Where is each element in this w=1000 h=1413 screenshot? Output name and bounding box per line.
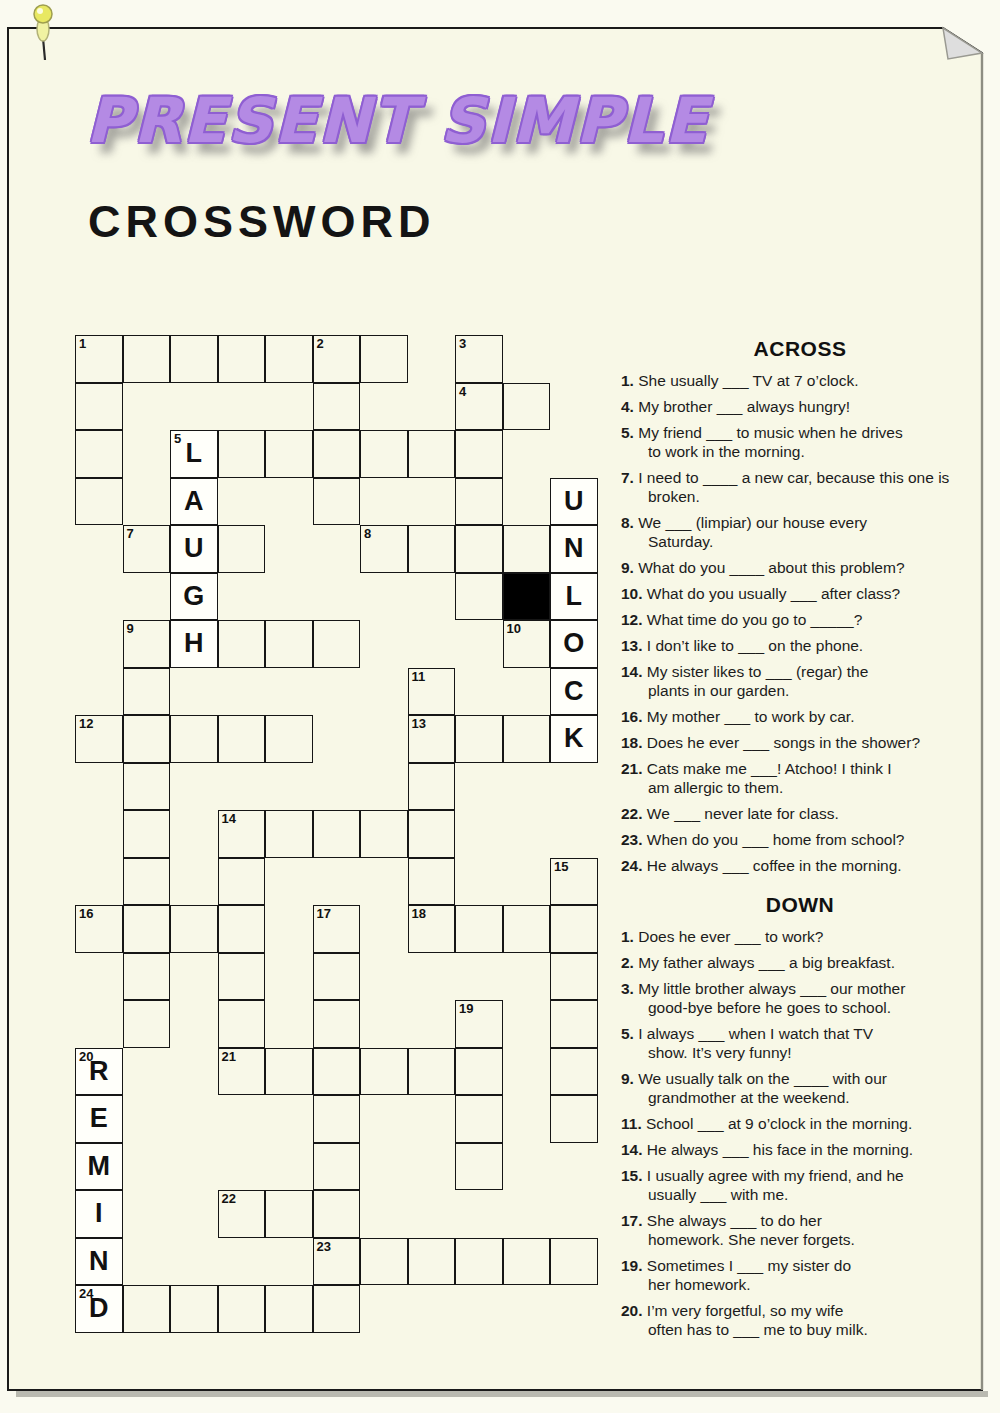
grid-cell-r10c7[interactable] <box>408 810 456 858</box>
grid-cell-r14c5[interactable] <box>313 1000 361 1048</box>
grid-cell-r3c8[interactable] <box>455 478 503 526</box>
grid-cell-r19c0: N <box>75 1238 123 1286</box>
across-clue-18: 18. Does he ever ___ songs in the shower… <box>621 733 979 752</box>
grid-cell-r15c6[interactable] <box>360 1048 408 1096</box>
grid-cell-r2c5[interactable] <box>313 430 361 478</box>
blocked-cell <box>503 573 551 621</box>
across-clue-5: 5. My friend ___ to music when he drives… <box>621 423 979 461</box>
clue-label: 11. <box>621 1115 642 1132</box>
grid-cell-r1c9[interactable] <box>503 383 551 431</box>
clue-number-18: 18 <box>412 906 426 921</box>
grid-cell-r0c5[interactable]: 2 <box>313 335 361 383</box>
grid-cell-r3c0[interactable] <box>75 478 123 526</box>
clue-label: 23. <box>621 831 643 848</box>
down-clue-9: 9. We usually talk on the ____ with our … <box>621 1069 979 1107</box>
clue-number-9: 9 <box>127 621 134 636</box>
clue-number-24: 24 <box>79 1286 93 1301</box>
grid-cell-r13c1[interactable] <box>123 953 171 1001</box>
grid-cell-r16c8[interactable] <box>455 1095 503 1143</box>
given-letter: K <box>551 716 597 762</box>
clue-label: 2. <box>621 954 634 971</box>
grid-cell-r5c10: L <box>550 573 598 621</box>
grid-cell-r12c2[interactable] <box>170 905 218 953</box>
grid-cell-r4c2: U <box>170 525 218 573</box>
given-letter: O <box>551 621 597 667</box>
grid-cell-r11c7[interactable] <box>408 858 456 906</box>
given-letter: M <box>76 1144 122 1190</box>
clue-number-2: 2 <box>317 336 324 351</box>
grid-cell-r19c6[interactable] <box>360 1238 408 1286</box>
grid-cell-r15c3[interactable]: 21 <box>218 1048 266 1096</box>
clue-number-23: 23 <box>317 1239 331 1254</box>
grid-cell-r2c8[interactable] <box>455 430 503 478</box>
clue-number-15: 15 <box>554 859 568 874</box>
down-clue-5: 5. I always ___ when I watch that TV sho… <box>621 1024 979 1062</box>
grid-cell-r12c8[interactable] <box>455 905 503 953</box>
given-letter: G <box>171 574 217 620</box>
across-clue-8: 8. We ___ (limpiar) our house every Satu… <box>621 513 979 551</box>
grid-cell-r8c3[interactable] <box>218 715 266 763</box>
grid-cell-r8c4[interactable] <box>265 715 313 763</box>
grid-cell-r18c4[interactable] <box>265 1190 313 1238</box>
grid-cell-r9c1[interactable] <box>123 763 171 811</box>
grid-cell-r13c10[interactable] <box>550 953 598 1001</box>
given-letter: N <box>76 1239 122 1285</box>
grid-cell-r12c1[interactable] <box>123 905 171 953</box>
grid-cell-r13c5[interactable] <box>313 953 361 1001</box>
clue-number-7: 7 <box>127 526 134 541</box>
clue-number-12: 12 <box>79 716 93 731</box>
clue-number-16: 16 <box>79 906 93 921</box>
grid-cell-r16c0: E <box>75 1095 123 1143</box>
given-letter: A <box>171 479 217 525</box>
clue-number-17: 17 <box>317 906 331 921</box>
grid-cell-r16c10[interactable] <box>550 1095 598 1143</box>
grid-cell-r12c0[interactable]: 16 <box>75 905 123 953</box>
grid-cell-r6c10: O <box>550 620 598 668</box>
grid-cell-r20c1[interactable] <box>123 1285 171 1333</box>
clue-label: 3. <box>621 980 634 997</box>
down-clue-17: 17. She always ___ to do her homework. S… <box>621 1211 979 1249</box>
grid-cell-r5c2: G <box>170 573 218 621</box>
grid-cell-r12c10[interactable] <box>550 905 598 953</box>
clue-label: 22. <box>621 805 643 822</box>
grid-cell-r8c1[interactable] <box>123 715 171 763</box>
grid-cell-r10c4[interactable] <box>265 810 313 858</box>
grid-cell-r19c7[interactable] <box>408 1238 456 1286</box>
across-clue-list: 1. She usually ___ TV at 7 o’clock.4. My… <box>621 371 979 875</box>
grid-cell-r12c9[interactable] <box>503 905 551 953</box>
clue-label: 16. <box>621 708 643 725</box>
clue-number-8: 8 <box>364 526 371 541</box>
grid-cell-r15c5[interactable] <box>313 1048 361 1096</box>
across-clue-1: 1. She usually ___ TV at 7 o’clock. <box>621 371 979 390</box>
clue-label: 14. <box>621 663 643 680</box>
clue-label: 1. <box>621 928 634 945</box>
clue-label: 9. <box>621 559 634 576</box>
down-clue-20: 20. I’m very forgetful, so my wife often… <box>621 1301 979 1339</box>
across-clue-12: 12. What time do you go to _____? <box>621 610 979 629</box>
clue-label: 14. <box>621 1141 643 1158</box>
grid-cell-r4c1[interactable]: 7 <box>123 525 171 573</box>
grid-cell-r4c9[interactable] <box>503 525 551 573</box>
grid-cell-r7c7[interactable]: 11 <box>408 668 456 716</box>
grid-cell-r2c2: 5L <box>170 430 218 478</box>
grid-cell-r6c3[interactable] <box>218 620 266 668</box>
worksheet-subtitle: CROSSWORD <box>88 196 436 248</box>
down-clue-14: 14. He always ___ his face in the mornin… <box>621 1140 979 1159</box>
given-letter: U <box>551 479 597 525</box>
grid-cell-r12c5[interactable]: 17 <box>313 905 361 953</box>
clue-number-10: 10 <box>507 621 521 636</box>
page-bottom-shadow <box>16 1391 988 1397</box>
grid-cell-r0c2[interactable] <box>170 335 218 383</box>
given-letter: I <box>76 1191 122 1237</box>
clue-label: 18. <box>621 734 643 751</box>
grid-cell-r9c7[interactable] <box>408 763 456 811</box>
grid-cell-r10c5[interactable] <box>313 810 361 858</box>
grid-cell-r6c2: H <box>170 620 218 668</box>
given-letter: H <box>171 621 217 667</box>
grid-cell-r10c6[interactable] <box>360 810 408 858</box>
grid-cell-r19c10[interactable] <box>550 1238 598 1286</box>
given-letter: N <box>551 526 597 572</box>
grid-cell-r0c0[interactable]: 1 <box>75 335 123 383</box>
clue-label: 19. <box>621 1257 643 1274</box>
grid-cell-r10c1[interactable] <box>123 810 171 858</box>
grid-cell-r3c2: A <box>170 478 218 526</box>
crossword-grid: 12345LAU7U8NGL9H10O11C1213K1415161718192… <box>75 335 598 1333</box>
across-clue-7: 7. I need to ____ a new car, because thi… <box>621 468 979 506</box>
clue-label: 10. <box>621 585 643 602</box>
grid-cell-r2c7[interactable] <box>408 430 456 478</box>
grid-cell-r19c9[interactable] <box>503 1238 551 1286</box>
grid-cell-r1c0[interactable] <box>75 383 123 431</box>
grid-cell-r18c3[interactable]: 22 <box>218 1190 266 1238</box>
clue-label: 13. <box>621 637 643 654</box>
clue-label: 5. <box>621 424 634 441</box>
clue-number-19: 19 <box>459 1001 473 1016</box>
grid-cell-r8c2[interactable] <box>170 715 218 763</box>
clue-number-3: 3 <box>459 336 466 351</box>
grid-cell-r7c10: C <box>550 668 598 716</box>
clue-number-1: 1 <box>79 336 86 351</box>
down-clue-11: 11. School ___ at 9 o’clock in the morni… <box>621 1114 979 1133</box>
down-clue-list: 1. Does he ever ___ to work?2. My father… <box>621 927 979 1339</box>
clue-number-11: 11 <box>412 669 426 684</box>
grid-cell-r19c5[interactable]: 23 <box>313 1238 361 1286</box>
worksheet-title: PRESENT SIMPLE <box>86 84 709 157</box>
across-clue-9: 9. What do you ____ about this problem? <box>621 558 979 577</box>
grid-cell-r12c7[interactable]: 18 <box>408 905 456 953</box>
grid-cell-r6c4[interactable] <box>265 620 313 668</box>
grid-cell-r0c1[interactable] <box>123 335 171 383</box>
across-clue-16: 16. My mother ___ to work by car. <box>621 707 979 726</box>
clue-number-4: 4 <box>459 384 466 399</box>
grid-cell-r15c0: 20R <box>75 1048 123 1096</box>
clue-label: 7. <box>621 469 634 486</box>
clue-label: 9. <box>621 1070 634 1087</box>
clue-label: 4. <box>621 398 634 415</box>
given-letter: L <box>551 574 597 620</box>
grid-cell-r14c3[interactable] <box>218 1000 266 1048</box>
grid-cell-r11c1[interactable] <box>123 858 171 906</box>
grid-cell-r14c10[interactable] <box>550 1000 598 1048</box>
grid-cell-r11c3[interactable] <box>218 858 266 906</box>
grid-cell-r3c10: U <box>550 478 598 526</box>
down-clue-2: 2. My father always ___ a big breakfast. <box>621 953 979 972</box>
grid-cell-r8c9[interactable] <box>503 715 551 763</box>
across-clue-13: 13. I don’t like to ___ on the phone. <box>621 636 979 655</box>
clue-label: 1. <box>621 372 634 389</box>
grid-cell-r19c8[interactable] <box>455 1238 503 1286</box>
grid-cell-r4c3[interactable] <box>218 525 266 573</box>
grid-cell-r16c5[interactable] <box>313 1095 361 1143</box>
grid-cell-r20c0: 24D <box>75 1285 123 1333</box>
given-letter: C <box>551 669 597 715</box>
across-clue-10: 10. What do you usually ___ after class? <box>621 584 979 603</box>
clue-label: 21. <box>621 760 643 777</box>
grid-cell-r20c2[interactable] <box>170 1285 218 1333</box>
clue-number-5: 5 <box>174 431 181 446</box>
grid-cell-r4c7[interactable] <box>408 525 456 573</box>
grid-cell-r2c3[interactable] <box>218 430 266 478</box>
clue-label: 24. <box>621 857 643 874</box>
given-letter: U <box>171 526 217 572</box>
clues-panel: ACROSS 1. She usually ___ TV at 7 o’cloc… <box>621 337 979 1346</box>
across-clue-23: 23. When do you ___ home from school? <box>621 830 979 849</box>
down-clue-15: 15. I usually agree with my friend, and … <box>621 1166 979 1204</box>
clue-number-14: 14 <box>222 811 236 826</box>
grid-cell-r15c10[interactable] <box>550 1048 598 1096</box>
grid-cell-r20c5[interactable] <box>313 1285 361 1333</box>
grid-cell-r6c5[interactable] <box>313 620 361 668</box>
clue-number-20: 20 <box>79 1049 93 1064</box>
grid-cell-r17c0: M <box>75 1143 123 1191</box>
grid-cell-r13c3[interactable] <box>218 953 266 1001</box>
grid-cell-r15c8[interactable] <box>455 1048 503 1096</box>
grid-cell-r15c4[interactable] <box>265 1048 313 1096</box>
clue-label: 17. <box>621 1212 643 1229</box>
grid-cell-r7c1[interactable] <box>123 668 171 716</box>
clue-label: 12. <box>621 611 643 628</box>
grid-cell-r6c1[interactable]: 9 <box>123 620 171 668</box>
grid-cell-r4c10: N <box>550 525 598 573</box>
grid-cell-r17c8[interactable] <box>455 1143 503 1191</box>
clue-number-22: 22 <box>222 1191 236 1206</box>
clue-number-21: 21 <box>222 1049 236 1064</box>
across-header: ACROSS <box>621 337 979 361</box>
grid-cell-r12c3[interactable] <box>218 905 266 953</box>
grid-cell-r3c5[interactable] <box>313 478 361 526</box>
grid-cell-r8c0[interactable]: 12 <box>75 715 123 763</box>
grid-cell-r4c6[interactable]: 8 <box>360 525 408 573</box>
grid-cell-r8c10: K <box>550 715 598 763</box>
grid-cell-r0c6[interactable] <box>360 335 408 383</box>
across-clue-24: 24. He always ___ coffee in the morning. <box>621 856 979 875</box>
grid-cell-r20c4[interactable] <box>265 1285 313 1333</box>
grid-cell-r1c8[interactable]: 4 <box>455 383 503 431</box>
grid-cell-r5c8[interactable] <box>455 573 503 621</box>
grid-cell-r8c7[interactable]: 13 <box>408 715 456 763</box>
across-clue-22: 22. We ___ never late for class. <box>621 804 979 823</box>
grid-cell-r2c0[interactable] <box>75 430 123 478</box>
grid-cell-r14c1[interactable] <box>123 1000 171 1048</box>
grid-cell-r15c7[interactable] <box>408 1048 456 1096</box>
grid-cell-r10c3[interactable]: 14 <box>218 810 266 858</box>
down-clue-3: 3. My little brother always ___ our moth… <box>621 979 979 1017</box>
across-clue-14: 14. My sister likes to ___ (regar) the p… <box>621 662 979 700</box>
grid-cell-r18c0: I <box>75 1190 123 1238</box>
grid-cell-r18c5[interactable] <box>313 1190 361 1238</box>
grid-cell-r4c8[interactable] <box>455 525 503 573</box>
grid-cell-r0c8[interactable]: 3 <box>455 335 503 383</box>
grid-cell-r2c6[interactable] <box>360 430 408 478</box>
clue-label: 15. <box>621 1167 643 1184</box>
clue-label: 8. <box>621 514 634 531</box>
down-clue-1: 1. Does he ever ___ to work? <box>621 927 979 946</box>
grid-cell-r2c4[interactable] <box>265 430 313 478</box>
given-letter: E <box>76 1096 122 1142</box>
down-header: DOWN <box>621 893 979 917</box>
clue-label: 20. <box>621 1302 643 1319</box>
across-clue-21: 21. Cats make me ___! Atchoo! I think I … <box>621 759 979 797</box>
clue-label: 5. <box>621 1025 634 1042</box>
down-clue-19: 19. Sometimes I ___ my sister do her hom… <box>621 1256 979 1294</box>
grid-cell-r0c4[interactable] <box>265 335 313 383</box>
grid-cell-r8c8[interactable] <box>455 715 503 763</box>
grid-cell-r1c5[interactable] <box>313 383 361 431</box>
clue-number-13: 13 <box>412 716 426 731</box>
grid-cell-r6c9[interactable]: 10 <box>503 620 551 668</box>
grid-cell-r20c3[interactable] <box>218 1285 266 1333</box>
grid-cell-r14c8[interactable]: 19 <box>455 1000 503 1048</box>
grid-cell-r17c5[interactable] <box>313 1143 361 1191</box>
grid-cell-r0c3[interactable] <box>218 335 266 383</box>
across-clue-4: 4. My brother ___ always hungry! <box>621 397 979 416</box>
grid-cell-r11c10[interactable]: 15 <box>550 858 598 906</box>
